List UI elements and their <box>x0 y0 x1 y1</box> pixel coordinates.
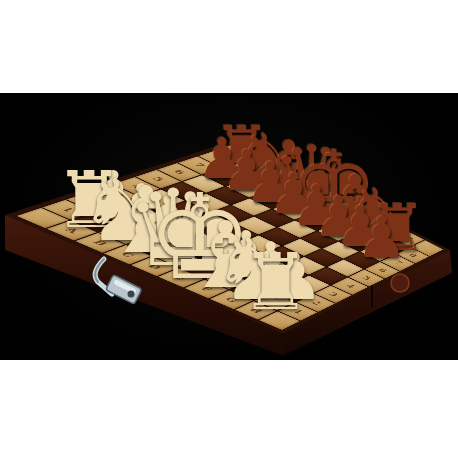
chess-set-photo: ABCDEFGH8877665544332211ABCDEFGH ♜♞♝♛♚♝♞… <box>0 93 458 360</box>
product-photo-page: ABCDEFGH8877665544332211ABCDEFGH ♜♞♝♛♚♝♞… <box>0 0 458 458</box>
box-left-face <box>5 215 283 356</box>
box-right-face <box>283 250 452 356</box>
round-burned-medallion <box>391 274 409 292</box>
box-base-graphic <box>0 93 458 360</box>
